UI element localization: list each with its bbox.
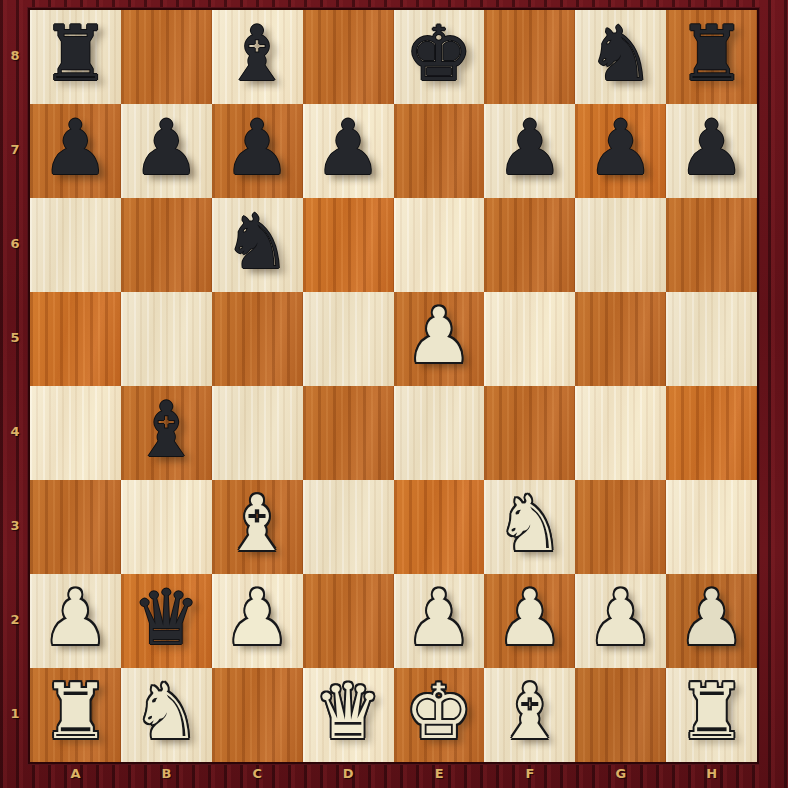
square-b7[interactable]: ♟ [121,104,212,198]
square-c6[interactable]: ♞ [212,198,303,292]
board: ♜♝♚♞♜♟♟♟♟♟♟♟♞♟♝♝♞♟♛♟♟♟♟♟♜♞♛♚♝♜ [30,10,757,762]
file-label-E: E [394,766,485,788]
black-pawn-f7[interactable]: ♟ [496,110,564,186]
black-rook-h8[interactable]: ♜ [677,16,745,92]
rank-label-4: 4 [0,424,30,439]
white-pawn-g2[interactable]: ♟ [587,580,655,656]
square-c8[interactable]: ♝ [212,10,303,104]
black-king-e8[interactable]: ♚ [405,16,473,92]
rank-label-7: 7 [0,142,30,157]
square-d7[interactable]: ♟ [303,104,394,198]
square-d2[interactable] [303,574,394,668]
square-a1[interactable]: ♜ [30,668,121,762]
square-e5[interactable]: ♟ [394,292,485,386]
square-d5[interactable] [303,292,394,386]
square-b2[interactable]: ♛ [121,574,212,668]
square-c7[interactable]: ♟ [212,104,303,198]
square-c3[interactable]: ♝ [212,480,303,574]
black-bishop-c8[interactable]: ♝ [223,16,291,92]
square-e2[interactable]: ♟ [394,574,485,668]
square-h5[interactable] [666,292,757,386]
square-a6[interactable] [30,198,121,292]
square-g2[interactable]: ♟ [575,574,666,668]
square-a7[interactable]: ♟ [30,104,121,198]
white-pawn-e5[interactable]: ♟ [405,298,473,374]
square-f1[interactable]: ♝ [484,668,575,762]
square-b5[interactable] [121,292,212,386]
square-e3[interactable] [394,480,485,574]
rank-label-1: 1 [0,706,30,721]
black-pawn-d7[interactable]: ♟ [314,110,382,186]
black-bishop-b4[interactable]: ♝ [132,392,200,468]
square-e1[interactable]: ♚ [394,668,485,762]
square-f5[interactable] [484,292,575,386]
white-bishop-f1[interactable]: ♝ [496,674,564,750]
square-g6[interactable] [575,198,666,292]
square-g8[interactable]: ♞ [575,10,666,104]
black-pawn-a7[interactable]: ♟ [41,110,109,186]
square-g4[interactable] [575,386,666,480]
white-queen-d1[interactable]: ♛ [314,674,382,750]
white-pawn-a2[interactable]: ♟ [41,580,109,656]
file-label-C: C [212,766,303,788]
square-b3[interactable] [121,480,212,574]
file-label-D: D [303,766,394,788]
square-f7[interactable]: ♟ [484,104,575,198]
square-d3[interactable] [303,480,394,574]
rank-label-8: 8 [0,48,30,63]
square-b8[interactable] [121,10,212,104]
square-f8[interactable] [484,10,575,104]
square-g7[interactable]: ♟ [575,104,666,198]
rank-label-6: 6 [0,236,30,251]
square-b6[interactable] [121,198,212,292]
square-e8[interactable]: ♚ [394,10,485,104]
white-bishop-c3[interactable]: ♝ [223,486,291,562]
square-h2[interactable]: ♟ [666,574,757,668]
square-d1[interactable]: ♛ [303,668,394,762]
square-h4[interactable] [666,386,757,480]
rank-label-5: 5 [0,330,30,345]
square-a8[interactable]: ♜ [30,10,121,104]
square-g3[interactable] [575,480,666,574]
white-pawn-c2[interactable]: ♟ [223,580,291,656]
black-pawn-b7[interactable]: ♟ [132,110,200,186]
file-label-A: A [30,766,121,788]
file-label-H: H [666,766,757,788]
square-h7[interactable]: ♟ [666,104,757,198]
white-pawn-e2[interactable]: ♟ [405,580,473,656]
square-c4[interactable] [212,386,303,480]
square-d6[interactable] [303,198,394,292]
square-h6[interactable] [666,198,757,292]
rank-label-2: 2 [0,612,30,627]
file-label-G: G [575,766,666,788]
square-d8[interactable] [303,10,394,104]
square-a5[interactable] [30,292,121,386]
black-queen-b2[interactable]: ♛ [132,580,200,656]
board-frame: ♜♝♚♞♜♟♟♟♟♟♟♟♞♟♝♝♞♟♛♟♟♟♟♟♜♞♛♚♝♜ 87654321A… [0,0,788,788]
file-label-F: F [485,766,576,788]
square-f4[interactable] [484,386,575,480]
square-h1[interactable]: ♜ [666,668,757,762]
black-pawn-g7[interactable]: ♟ [587,110,655,186]
white-rook-h1[interactable]: ♜ [677,674,745,750]
square-e7[interactable] [394,104,485,198]
square-c1[interactable] [212,668,303,762]
white-pawn-f2[interactable]: ♟ [496,580,564,656]
black-pawn-h7[interactable]: ♟ [677,110,745,186]
square-a3[interactable] [30,480,121,574]
square-g5[interactable] [575,292,666,386]
square-g1[interactable] [575,668,666,762]
square-f6[interactable] [484,198,575,292]
square-b1[interactable]: ♞ [121,668,212,762]
white-knight-f3[interactable]: ♞ [496,486,564,562]
square-h8[interactable]: ♜ [666,10,757,104]
square-f3[interactable]: ♞ [484,480,575,574]
square-h3[interactable] [666,480,757,574]
black-rook-a8[interactable]: ♜ [41,16,109,92]
square-a2[interactable]: ♟ [30,574,121,668]
black-knight-c6[interactable]: ♞ [223,204,291,280]
rank-label-3: 3 [0,518,30,533]
black-pawn-c7[interactable]: ♟ [223,110,291,186]
square-e6[interactable] [394,198,485,292]
square-d4[interactable] [303,386,394,480]
square-c5[interactable] [212,292,303,386]
white-pawn-h2[interactable]: ♟ [677,580,745,656]
square-f2[interactable]: ♟ [484,574,575,668]
square-c2[interactable]: ♟ [212,574,303,668]
square-e4[interactable] [394,386,485,480]
square-a4[interactable] [30,386,121,480]
white-king-e1[interactable]: ♚ [405,674,473,750]
black-knight-g8[interactable]: ♞ [587,16,655,92]
square-b4[interactable]: ♝ [121,386,212,480]
white-knight-b1[interactable]: ♞ [132,674,200,750]
white-rook-a1[interactable]: ♜ [41,674,109,750]
file-label-B: B [121,766,212,788]
